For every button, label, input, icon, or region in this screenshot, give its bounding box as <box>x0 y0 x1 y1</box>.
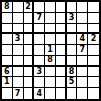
cell-r9c8[interactable] <box>77 88 88 99</box>
cell-r8c2[interactable] <box>13 77 24 88</box>
cell-r7c4[interactable]: 3 <box>34 67 45 78</box>
given-digit: 2 <box>91 35 97 43</box>
cell-r4c7[interactable] <box>67 34 78 45</box>
cell-r5c3[interactable] <box>24 45 35 56</box>
cell-r2c5[interactable] <box>45 13 56 24</box>
cell-r2c7[interactable]: 3 <box>67 13 78 24</box>
given-digit: 8 <box>4 3 10 11</box>
cell-r1c4[interactable] <box>34 2 45 13</box>
cell-r3c6[interactable] <box>56 24 67 35</box>
cell-r3c8[interactable] <box>77 24 88 35</box>
cell-r8c6[interactable] <box>56 77 67 88</box>
cell-r3c2[interactable] <box>13 24 24 35</box>
cell-r9c2[interactable]: 7 <box>13 88 24 99</box>
cell-r4c4[interactable] <box>34 34 45 45</box>
cell-r1c2[interactable] <box>13 2 24 13</box>
cell-r1c6[interactable] <box>56 2 67 13</box>
cell-r4c5[interactable] <box>45 34 56 45</box>
cell-r6c5[interactable]: 8 <box>45 56 56 67</box>
cell-r9c7[interactable] <box>67 88 78 99</box>
given-digit: 1 <box>47 46 53 54</box>
cell-r7c6[interactable] <box>56 67 67 78</box>
cell-r7c8[interactable] <box>77 67 88 78</box>
given-digit: 3 <box>36 68 42 76</box>
cell-r7c2[interactable] <box>13 67 24 78</box>
cell-r3c7[interactable] <box>67 24 78 35</box>
cell-r2c1[interactable] <box>2 13 13 24</box>
cell-r7c3[interactable] <box>24 67 35 78</box>
cell-r2c2[interactable] <box>13 13 24 24</box>
given-digit: 8 <box>69 68 75 76</box>
given-digit: 3 <box>15 35 21 43</box>
given-digit: 6 <box>4 68 10 76</box>
cell-r8c7[interactable]: 5 <box>67 77 78 88</box>
cell-r9c5[interactable] <box>45 88 56 99</box>
given-digit: 3 <box>69 14 75 22</box>
cell-r5c7[interactable] <box>67 45 78 56</box>
cell-r2c4[interactable]: 7 <box>34 13 45 24</box>
cell-r5c8[interactable]: 7 <box>77 45 88 56</box>
given-digit: 7 <box>80 46 86 54</box>
cell-r4c9[interactable]: 2 <box>88 34 99 45</box>
cell-r2c6[interactable] <box>56 13 67 24</box>
cell-r5c4[interactable] <box>34 45 45 56</box>
cell-r4c6[interactable] <box>56 34 67 45</box>
cell-r1c3[interactable]: 2 <box>24 2 35 13</box>
cell-r4c2[interactable]: 3 <box>13 34 24 45</box>
given-digit: 4 <box>80 35 86 43</box>
cell-r2c9[interactable] <box>88 13 99 24</box>
cell-r1c9[interactable] <box>88 2 99 13</box>
cell-r2c8[interactable] <box>77 13 88 24</box>
cell-r7c7[interactable]: 8 <box>67 67 78 78</box>
cell-r4c3[interactable] <box>24 34 35 45</box>
sudoku-board: 82733421786381574 <box>0 0 101 101</box>
cell-r9c1[interactable] <box>2 88 13 99</box>
cell-r5c6[interactable] <box>56 45 67 56</box>
cell-r7c9[interactable] <box>88 67 99 78</box>
cell-r5c2[interactable] <box>13 45 24 56</box>
cell-r6c9[interactable] <box>88 56 99 67</box>
cell-r8c3[interactable] <box>24 77 35 88</box>
cell-r1c1[interactable]: 8 <box>2 2 13 13</box>
cell-r5c1[interactable] <box>2 45 13 56</box>
given-digit: 8 <box>47 56 53 64</box>
cell-r9c3[interactable] <box>24 88 35 99</box>
cell-r9c9[interactable] <box>88 88 99 99</box>
cell-r6c6[interactable] <box>56 56 67 67</box>
cell-r3c4[interactable] <box>34 24 45 35</box>
cell-r5c9[interactable] <box>88 45 99 56</box>
cell-r8c8[interactable] <box>77 77 88 88</box>
cell-r8c9[interactable] <box>88 77 99 88</box>
cell-r3c1[interactable] <box>2 24 13 35</box>
cell-r8c4[interactable] <box>34 77 45 88</box>
cell-r4c1[interactable] <box>2 34 13 45</box>
given-digit: 7 <box>36 14 42 22</box>
cell-r7c1[interactable]: 6 <box>2 67 13 78</box>
cell-r9c4[interactable]: 4 <box>34 88 45 99</box>
cell-r4c8[interactable]: 4 <box>77 34 88 45</box>
cell-r8c5[interactable] <box>45 77 56 88</box>
cell-r2c3[interactable] <box>24 13 35 24</box>
cell-r5c5[interactable]: 1 <box>45 45 56 56</box>
cell-r9c6[interactable] <box>56 88 67 99</box>
cell-r3c9[interactable] <box>88 24 99 35</box>
given-digit: 5 <box>69 78 75 86</box>
cell-r3c5[interactable] <box>45 24 56 35</box>
cell-r6c8[interactable] <box>77 56 88 67</box>
cell-r6c7[interactable] <box>67 56 78 67</box>
given-digit: 1 <box>4 78 10 86</box>
cell-r6c2[interactable] <box>13 56 24 67</box>
cell-r3c3[interactable] <box>24 24 35 35</box>
cell-r1c7[interactable] <box>67 2 78 13</box>
cell-r6c1[interactable] <box>2 56 13 67</box>
given-digit: 7 <box>15 90 21 98</box>
cell-r1c8[interactable] <box>77 2 88 13</box>
cell-r7c5[interactable] <box>45 67 56 78</box>
given-digit: 2 <box>25 3 31 11</box>
cell-r6c3[interactable] <box>24 56 35 67</box>
cell-r6c4[interactable] <box>34 56 45 67</box>
cell-r8c1[interactable]: 1 <box>2 77 13 88</box>
cell-r1c5[interactable] <box>45 2 56 13</box>
given-digit: 4 <box>36 90 42 98</box>
